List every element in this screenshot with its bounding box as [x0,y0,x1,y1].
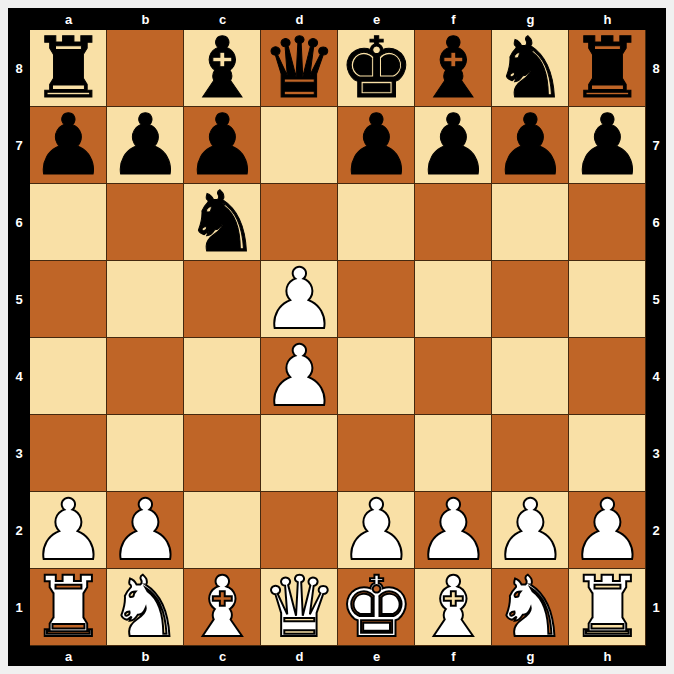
square-c4[interactable] [184,338,261,415]
rank-label-4: 4 [15,338,22,415]
square-b7[interactable]: ♟ [107,107,184,184]
black-pawn-piece: ♟ [108,107,183,184]
white-rook-piece: ♜ [31,569,106,646]
square-g4[interactable] [492,338,569,415]
square-e6[interactable] [338,184,415,261]
rank-label-8: 8 [652,30,659,107]
square-b4[interactable] [107,338,184,415]
board-frame: abcdefgh 87654321 ♜♝♛♚♝♞♜♟♟♟♟♟♟♟♞♟♟♟♟♟♟♟… [8,8,666,666]
rank-label-5: 5 [15,261,22,338]
square-e7[interactable]: ♟ [338,107,415,184]
square-b6[interactable] [107,184,184,261]
square-a6[interactable] [30,184,107,261]
file-label-b: b [107,650,184,663]
square-d1[interactable]: ♛ [261,569,338,646]
rank-label-8: 8 [15,30,22,107]
rank-label-1: 1 [652,569,659,646]
square-f1[interactable]: ♝ [415,569,492,646]
square-g5[interactable] [492,261,569,338]
square-c6[interactable]: ♞ [184,184,261,261]
square-c5[interactable] [184,261,261,338]
square-b1[interactable]: ♞ [107,569,184,646]
square-d4[interactable]: ♟ [261,338,338,415]
file-label-d: d [261,650,338,663]
square-h4[interactable] [569,338,646,415]
rank-label-4: 4 [652,338,659,415]
rank-label-1: 1 [15,569,22,646]
rank-label-7: 7 [652,107,659,184]
rank-label-6: 6 [652,184,659,261]
rank-label-6: 6 [15,184,22,261]
square-h1[interactable]: ♜ [569,569,646,646]
black-pawn-piece: ♟ [339,107,414,184]
rank-label-5: 5 [652,261,659,338]
square-e1[interactable]: ♚ [338,569,415,646]
black-pawn-piece: ♟ [493,107,568,184]
rank-labels-left: 87654321 [8,30,30,646]
square-f5[interactable] [415,261,492,338]
chess-board: ♜♝♛♚♝♞♜♟♟♟♟♟♟♟♞♟♟♟♟♟♟♟♟♜♞♝♛♚♝♞♜ [30,30,646,646]
square-d7[interactable] [261,107,338,184]
square-f4[interactable] [415,338,492,415]
square-c1[interactable]: ♝ [184,569,261,646]
white-king-piece: ♚ [339,569,414,646]
square-a7[interactable]: ♟ [30,107,107,184]
file-labels-bottom: abcdefgh [30,646,646,666]
rank-labels-right: 87654321 [646,30,666,646]
rank-label-2: 2 [15,492,22,569]
square-d8[interactable]: ♛ [261,30,338,107]
square-f6[interactable] [415,184,492,261]
square-c3[interactable] [184,415,261,492]
white-rook-piece: ♜ [570,569,645,646]
white-pawn-piece: ♟ [262,338,337,415]
file-label-f: f [415,650,492,663]
white-knight-piece: ♞ [493,569,568,646]
square-f7[interactable]: ♟ [415,107,492,184]
file-label-a: a [30,650,107,663]
file-label-g: g [492,650,569,663]
rank-label-2: 2 [652,492,659,569]
black-pawn-piece: ♟ [31,107,106,184]
file-label-b: b [107,13,184,26]
black-knight-piece: ♞ [185,184,260,261]
black-queen-piece: ♛ [262,30,337,107]
square-d3[interactable] [261,415,338,492]
square-e4[interactable] [338,338,415,415]
square-h7[interactable]: ♟ [569,107,646,184]
square-g7[interactable]: ♟ [492,107,569,184]
square-g1[interactable]: ♞ [492,569,569,646]
square-a4[interactable] [30,338,107,415]
white-bishop-piece: ♝ [416,569,491,646]
black-pawn-piece: ♟ [570,107,645,184]
white-queen-piece: ♛ [262,569,337,646]
rank-label-3: 3 [15,415,22,492]
square-a1[interactable]: ♜ [30,569,107,646]
square-h5[interactable] [569,261,646,338]
rank-label-3: 3 [652,415,659,492]
square-b5[interactable] [107,261,184,338]
white-knight-piece: ♞ [108,569,183,646]
square-g6[interactable] [492,184,569,261]
file-label-h: h [569,650,646,663]
square-h6[interactable] [569,184,646,261]
file-label-e: e [338,650,415,663]
black-pawn-piece: ♟ [416,107,491,184]
square-a5[interactable] [30,261,107,338]
rank-label-7: 7 [15,107,22,184]
file-label-c: c [184,650,261,663]
square-e5[interactable] [338,261,415,338]
white-bishop-piece: ♝ [185,569,260,646]
